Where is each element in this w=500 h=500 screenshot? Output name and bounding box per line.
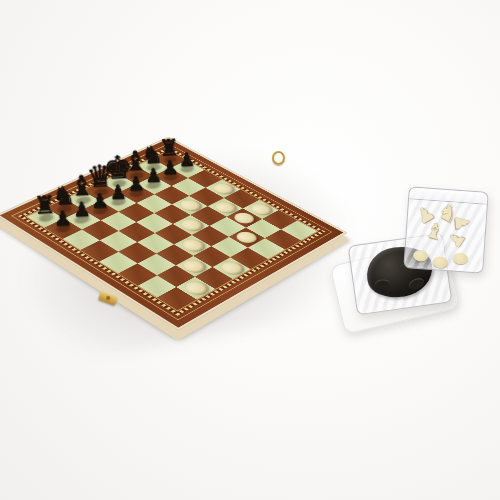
pawn-glyph: ♟: [45, 207, 81, 229]
black-disc: [407, 276, 426, 291]
white-disc-in-bag: [413, 250, 429, 262]
black-disc: [374, 279, 391, 291]
brass-ring-latch: [272, 151, 285, 165]
white-disc-in-bag: [453, 253, 469, 265]
white-pieces-bag: ♟♞♟♝♟: [403, 186, 489, 273]
white-pieces-jumble: ♟♞♟♝♟: [404, 197, 487, 272]
white-disc-in-bag: [432, 256, 448, 268]
product-photo: ♜♞♝♛♚♝♞♜♟♟♟♟♟♟♟♟ ♟♞♟♝♟: [0, 0, 500, 500]
square-e2: [211, 237, 248, 258]
white-pawn-in-bag: ♟: [444, 228, 468, 251]
